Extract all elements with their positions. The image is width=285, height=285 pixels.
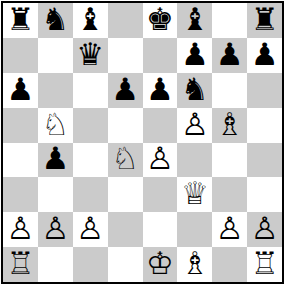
square-g3[interactable] [212,177,247,212]
piece-white-queen-f3[interactable]: ♕ [181,178,209,209]
square-d2[interactable] [108,212,143,247]
piece-white-bishop-g5[interactable]: ♗ [216,109,244,140]
square-b1[interactable] [38,247,73,282]
square-b3[interactable] [38,177,73,212]
square-h7[interactable]: ♟ [247,38,282,73]
piece-black-pawn-b4[interactable]: ♟ [41,143,69,174]
square-f5[interactable]: ♙ [177,108,212,143]
square-g2[interactable]: ♙ [212,212,247,247]
square-b7[interactable] [38,38,73,73]
square-d1[interactable] [108,247,143,282]
square-f7[interactable]: ♟ [177,38,212,73]
square-f6[interactable]: ♞ [177,73,212,108]
square-d8[interactable] [108,3,143,38]
square-e4[interactable]: ♙ [143,143,178,178]
piece-white-bishop-f1[interactable]: ♗ [181,248,209,279]
square-c5[interactable] [73,108,108,143]
piece-white-knight-b5[interactable]: ♘ [41,109,69,140]
piece-black-pawn-h7[interactable]: ♟ [251,39,279,70]
square-h1[interactable]: ♖ [247,247,282,282]
board-frame: ♜♞♝♚♝♜♛♟♟♟♟♟♟♞♘♙♗♟♘♙♕♙♙♙♙♙♖♔♗♖ [0,0,285,285]
square-e7[interactable] [143,38,178,73]
square-h6[interactable] [247,73,282,108]
square-c6[interactable] [73,73,108,108]
square-a6[interactable]: ♟ [3,73,38,108]
square-d6[interactable]: ♟ [108,73,143,108]
piece-black-pawn-g7[interactable]: ♟ [216,39,244,70]
square-d7[interactable] [108,38,143,73]
piece-white-pawn-e4[interactable]: ♙ [146,143,174,174]
square-g5[interactable]: ♗ [212,108,247,143]
piece-black-rook-h8[interactable]: ♜ [251,4,279,35]
square-c4[interactable] [73,143,108,178]
square-a8[interactable]: ♜ [3,3,38,38]
piece-black-pawn-d6[interactable]: ♟ [111,74,139,105]
square-h5[interactable] [247,108,282,143]
piece-white-pawn-c2[interactable]: ♙ [76,213,104,244]
square-c8[interactable]: ♝ [73,3,108,38]
square-h2[interactable]: ♙ [247,212,282,247]
piece-black-pawn-a6[interactable]: ♟ [7,74,35,105]
piece-black-bishop-f8[interactable]: ♝ [181,4,209,35]
square-f3[interactable]: ♕ [177,177,212,212]
square-c2[interactable]: ♙ [73,212,108,247]
piece-black-knight-f6[interactable]: ♞ [181,74,209,105]
square-h4[interactable] [247,143,282,178]
piece-white-king-e1[interactable]: ♔ [146,248,174,279]
square-g6[interactable] [212,73,247,108]
square-f4[interactable] [177,143,212,178]
square-f2[interactable] [177,212,212,247]
piece-white-pawn-b2[interactable]: ♙ [41,213,69,244]
square-g1[interactable] [212,247,247,282]
square-b4[interactable]: ♟ [38,143,73,178]
square-h3[interactable] [247,177,282,212]
square-g7[interactable]: ♟ [212,38,247,73]
square-d4[interactable]: ♘ [108,143,143,178]
piece-black-queen-c7[interactable]: ♛ [76,39,104,70]
piece-white-rook-a1[interactable]: ♖ [7,248,35,279]
piece-black-rook-a8[interactable]: ♜ [7,4,35,35]
piece-black-knight-b8[interactable]: ♞ [41,4,69,35]
piece-white-pawn-h2[interactable]: ♙ [251,213,279,244]
square-c3[interactable] [73,177,108,212]
square-h8[interactable]: ♜ [247,3,282,38]
piece-white-pawn-g2[interactable]: ♙ [216,213,244,244]
square-c7[interactable]: ♛ [73,38,108,73]
piece-black-king-e8[interactable]: ♚ [146,4,174,35]
piece-white-knight-d4[interactable]: ♘ [111,143,139,174]
square-b6[interactable] [38,73,73,108]
square-e2[interactable] [143,212,178,247]
square-g8[interactable] [212,3,247,38]
square-e8[interactable]: ♚ [143,3,178,38]
square-b5[interactable]: ♘ [38,108,73,143]
square-e6[interactable]: ♟ [143,73,178,108]
square-b8[interactable]: ♞ [38,3,73,38]
square-e5[interactable] [143,108,178,143]
piece-black-pawn-f7[interactable]: ♟ [181,39,209,70]
chess-board: ♜♞♝♚♝♜♛♟♟♟♟♟♟♞♘♙♗♟♘♙♕♙♙♙♙♙♖♔♗♖ [1,1,284,284]
square-a4[interactable] [3,143,38,178]
piece-black-bishop-c8[interactable]: ♝ [76,4,104,35]
square-f8[interactable]: ♝ [177,3,212,38]
piece-white-rook-h1[interactable]: ♖ [251,248,279,279]
piece-black-pawn-e6[interactable]: ♟ [146,74,174,105]
square-a3[interactable] [3,177,38,212]
square-c1[interactable] [73,247,108,282]
square-a2[interactable]: ♙ [3,212,38,247]
square-e1[interactable]: ♔ [143,247,178,282]
square-b2[interactable]: ♙ [38,212,73,247]
piece-white-pawn-f5[interactable]: ♙ [181,109,209,140]
square-g4[interactable] [212,143,247,178]
square-a1[interactable]: ♖ [3,247,38,282]
square-f1[interactable]: ♗ [177,247,212,282]
square-d3[interactable] [108,177,143,212]
square-a5[interactable] [3,108,38,143]
square-e3[interactable] [143,177,178,212]
piece-white-pawn-a2[interactable]: ♙ [7,213,35,244]
square-a7[interactable] [3,38,38,73]
square-d5[interactable] [108,108,143,143]
